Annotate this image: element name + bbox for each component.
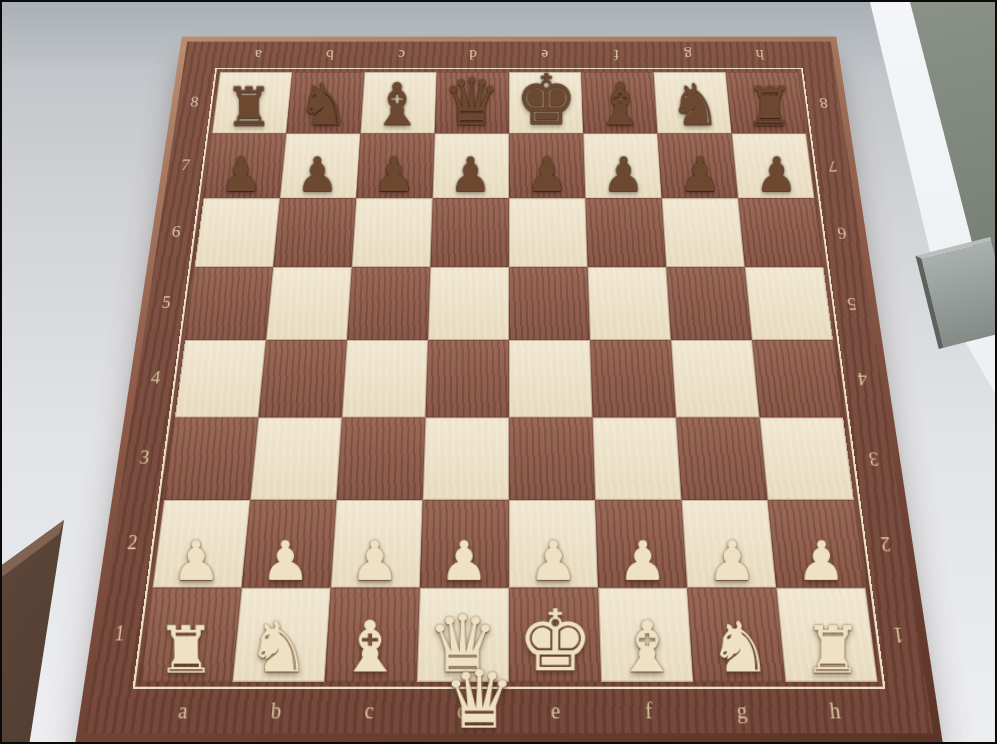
square-f3[interactable] xyxy=(593,417,682,499)
square-b2[interactable]: ♟ xyxy=(242,500,337,588)
square-h3[interactable] xyxy=(760,417,854,499)
piece-white-pawn-h2[interactable]: ♟ xyxy=(797,536,847,588)
square-h5[interactable] xyxy=(745,267,833,340)
square-a1[interactable]: ♜ xyxy=(140,588,241,682)
file-label-g: g xyxy=(651,42,725,68)
piece-black-knight-b8[interactable]: ♞ xyxy=(297,78,348,132)
board-grid: ♜♞♝♛♚♝♞♜♟♟♟♟♟♟♟♟♟♟♟♟♟♟♟♟♜♞♝♛♚♝♞♜ xyxy=(140,72,878,682)
square-b6[interactable] xyxy=(273,198,356,267)
square-a4[interactable] xyxy=(175,340,266,417)
square-a6[interactable] xyxy=(195,198,280,267)
file-labels-top: abcdefgh xyxy=(221,42,798,68)
piece-black-rook-a8[interactable]: ♜ xyxy=(225,82,273,133)
gray-box-object xyxy=(916,237,997,349)
square-g7[interactable]: ♟ xyxy=(657,133,738,198)
square-a5[interactable] xyxy=(185,267,273,340)
board-scene: abcdefgh abcdefgh 87654321 87654321 ♜♞♝♛… xyxy=(75,37,942,742)
square-d7[interactable]: ♟ xyxy=(433,133,509,198)
square-c4[interactable] xyxy=(342,340,428,417)
square-f4[interactable] xyxy=(590,340,676,417)
square-c5[interactable] xyxy=(347,267,430,340)
square-e5[interactable] xyxy=(509,267,590,340)
piece-white-pawn-d2[interactable]: ♟ xyxy=(440,536,490,588)
piece-black-knight-g8[interactable]: ♞ xyxy=(669,78,720,132)
square-g2[interactable]: ♟ xyxy=(681,500,776,588)
square-g5[interactable] xyxy=(666,267,752,340)
piece-black-pawn-h7[interactable]: ♟ xyxy=(755,153,798,198)
square-a2[interactable]: ♟ xyxy=(153,500,251,588)
file-label-a: a xyxy=(134,689,232,733)
file-label-c: c xyxy=(321,689,416,733)
square-f8[interactable]: ♝ xyxy=(581,72,657,133)
piece-white-knight-g1[interactable]: ♞ xyxy=(708,615,772,681)
piece-black-bishop-f8[interactable]: ♝ xyxy=(595,78,647,133)
piece-black-pawn-b7[interactable]: ♟ xyxy=(296,153,339,198)
piece-black-pawn-c7[interactable]: ♟ xyxy=(373,153,416,198)
file-label-f: f xyxy=(601,689,696,733)
board-frame-line: ♜♞♝♛♚♝♞♜♟♟♟♟♟♟♟♟♟♟♟♟♟♟♟♟♜♞♝♛♚♝♞♜ xyxy=(132,68,885,689)
square-a3[interactable] xyxy=(164,417,258,499)
square-h1[interactable]: ♜ xyxy=(776,588,877,682)
piece-white-bishop-f1[interactable]: ♝ xyxy=(615,614,680,681)
square-e8[interactable]: ♚ xyxy=(509,72,583,133)
piece-white-pawn-c2[interactable]: ♟ xyxy=(350,536,400,588)
photo-frame: abcdefgh abcdefgh 87654321 87654321 ♜♞♝♛… xyxy=(0,0,997,744)
piece-white-king-e1[interactable]: ♚ xyxy=(517,601,594,681)
spare-queen-slot: ♛ xyxy=(432,668,525,739)
square-d2[interactable]: ♟ xyxy=(420,500,509,588)
file-label-h: h xyxy=(723,42,798,68)
file-label-h: h xyxy=(786,689,884,733)
piece-black-pawn-d7[interactable]: ♟ xyxy=(450,153,492,198)
chess-board: abcdefgh abcdefgh 87654321 87654321 ♜♞♝♛… xyxy=(75,37,942,742)
square-h7[interactable]: ♟ xyxy=(732,133,815,198)
square-h6[interactable] xyxy=(738,198,823,267)
square-h4[interactable] xyxy=(752,340,843,417)
file-label-c: c xyxy=(365,42,438,68)
piece-white-pawn-b2[interactable]: ♟ xyxy=(261,536,311,588)
square-a7[interactable]: ♟ xyxy=(204,133,287,198)
square-g1[interactable]: ♞ xyxy=(687,588,785,682)
piece-black-queen-d8[interactable]: ♛ xyxy=(443,71,501,133)
square-e2[interactable]: ♟ xyxy=(509,500,598,588)
square-f7[interactable]: ♟ xyxy=(583,133,661,198)
square-b8[interactable]: ♞ xyxy=(286,72,364,133)
square-d5[interactable] xyxy=(428,267,509,340)
square-f1[interactable]: ♝ xyxy=(598,588,693,682)
square-d6[interactable] xyxy=(430,198,509,267)
piece-black-pawn-a7[interactable]: ♟ xyxy=(220,153,263,198)
square-e7[interactable]: ♟ xyxy=(509,133,585,198)
square-g6[interactable] xyxy=(662,198,745,267)
square-f6[interactable] xyxy=(585,198,666,267)
square-c8[interactable]: ♝ xyxy=(361,72,437,133)
piece-black-pawn-g7[interactable]: ♟ xyxy=(679,153,722,198)
square-f5[interactable] xyxy=(588,267,671,340)
square-c2[interactable]: ♟ xyxy=(331,500,423,588)
square-b1[interactable]: ♞ xyxy=(232,588,330,682)
square-g8[interactable]: ♞ xyxy=(653,72,731,133)
file-label-b: b xyxy=(227,689,324,733)
piece-white-rook-h1[interactable]: ♜ xyxy=(802,620,862,682)
square-f2[interactable]: ♟ xyxy=(595,500,687,588)
piece-white-pawn-e2[interactable]: ♟ xyxy=(529,536,579,588)
square-a8[interactable]: ♜ xyxy=(212,72,292,133)
square-h2[interactable]: ♟ xyxy=(768,500,866,588)
file-label-b: b xyxy=(293,42,367,68)
square-g4[interactable] xyxy=(671,340,760,417)
piece-black-king-e8[interactable]: ♚ xyxy=(515,67,577,133)
square-d4[interactable] xyxy=(425,340,509,417)
piece-white-pawn-f2[interactable]: ♟ xyxy=(618,536,668,588)
file-label-f: f xyxy=(580,42,653,68)
square-e6[interactable] xyxy=(509,198,588,267)
square-d3[interactable] xyxy=(423,417,509,499)
square-d8[interactable]: ♛ xyxy=(435,72,509,133)
square-e1[interactable]: ♚ xyxy=(509,588,601,682)
piece-white-bishop-c1[interactable]: ♝ xyxy=(338,614,403,681)
piece-white-knight-b1[interactable]: ♞ xyxy=(246,615,310,681)
square-h8[interactable]: ♜ xyxy=(726,72,806,133)
square-b7[interactable]: ♟ xyxy=(280,133,361,198)
piece-white-pawn-g2[interactable]: ♟ xyxy=(707,536,757,588)
file-label-g: g xyxy=(694,689,791,733)
square-c1[interactable]: ♝ xyxy=(325,588,420,682)
square-g3[interactable] xyxy=(676,417,768,499)
piece-black-rook-h8[interactable]: ♜ xyxy=(745,82,793,133)
piece-black-pawn-f7[interactable]: ♟ xyxy=(603,153,646,198)
square-e3[interactable] xyxy=(509,417,595,499)
square-c3[interactable] xyxy=(337,417,426,499)
piece-black-bishop-c8[interactable]: ♝ xyxy=(371,78,423,133)
piece-white-rook-a1[interactable]: ♜ xyxy=(156,620,216,682)
square-c7[interactable]: ♟ xyxy=(356,133,434,198)
piece-white-queen-spare[interactable]: ♛ xyxy=(442,662,515,738)
file-label-a: a xyxy=(221,42,296,68)
piece-black-pawn-e7[interactable]: ♟ xyxy=(526,153,568,198)
square-c6[interactable] xyxy=(352,198,433,267)
piece-white-pawn-a2[interactable]: ♟ xyxy=(171,536,221,588)
square-b5[interactable] xyxy=(266,267,352,340)
square-b4[interactable] xyxy=(258,340,347,417)
square-b3[interactable] xyxy=(250,417,342,499)
square-e4[interactable] xyxy=(509,340,593,417)
